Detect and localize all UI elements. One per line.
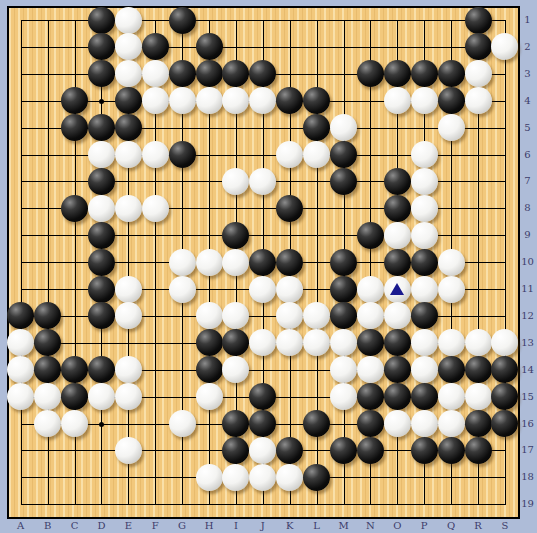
row-label: 17 <box>521 445 534 455</box>
stone-white[interactable] <box>438 329 465 356</box>
stone-black[interactable] <box>196 60 223 87</box>
stone-black[interactable] <box>222 222 249 249</box>
column-label: R <box>474 521 482 531</box>
stone-white[interactable] <box>411 410 438 437</box>
stone-black[interactable] <box>330 437 357 464</box>
stone-white[interactable] <box>169 87 196 114</box>
stone-black[interactable] <box>61 114 88 141</box>
stone-white[interactable] <box>196 464 223 491</box>
stone-white[interactable] <box>411 356 438 383</box>
stone-white[interactable] <box>249 464 276 491</box>
stone-white[interactable] <box>411 222 438 249</box>
stone-white[interactable] <box>115 383 142 410</box>
stone-black[interactable] <box>384 356 411 383</box>
stone-white[interactable] <box>438 383 465 410</box>
stone-white[interactable] <box>222 464 249 491</box>
stone-white[interactable] <box>115 302 142 329</box>
stone-white[interactable] <box>142 87 169 114</box>
stone-white[interactable] <box>411 141 438 168</box>
stone-white[interactable] <box>142 195 169 222</box>
row-label: 11 <box>521 284 534 294</box>
stone-black[interactable] <box>438 87 465 114</box>
stone-white[interactable] <box>411 195 438 222</box>
stone-white[interactable] <box>384 222 411 249</box>
stone-white[interactable] <box>34 383 61 410</box>
stone-black[interactable] <box>465 410 492 437</box>
column-label: A <box>17 521 24 531</box>
column-label: H <box>205 521 214 531</box>
stone-white[interactable] <box>465 329 492 356</box>
stone-white[interactable] <box>438 114 465 141</box>
stone-black[interactable] <box>88 114 115 141</box>
stone-black[interactable] <box>169 60 196 87</box>
stone-white[interactable] <box>411 276 438 303</box>
stone-white[interactable] <box>330 383 357 410</box>
stone-black[interactable] <box>115 87 142 114</box>
row-label: 15 <box>521 392 534 402</box>
stone-black[interactable] <box>196 329 223 356</box>
stone-black[interactable] <box>357 222 384 249</box>
stone-white[interactable] <box>169 276 196 303</box>
stone-black[interactable] <box>249 249 276 276</box>
stone-black[interactable] <box>357 437 384 464</box>
stone-white[interactable] <box>357 356 384 383</box>
stone-white[interactable] <box>142 60 169 87</box>
column-label: E <box>125 521 132 531</box>
row-label: 18 <box>521 472 534 482</box>
stone-white[interactable] <box>115 195 142 222</box>
stone-black[interactable] <box>169 141 196 168</box>
stone-white[interactable] <box>411 87 438 114</box>
grid-line <box>21 504 506 505</box>
stone-black[interactable] <box>61 195 88 222</box>
stone-white[interactable] <box>249 276 276 303</box>
last-move-marker-triangle <box>390 283 404 295</box>
column-label: N <box>366 521 375 531</box>
stone-black[interactable] <box>330 141 357 168</box>
stone-white[interactable] <box>196 87 223 114</box>
row-label: 19 <box>521 499 534 509</box>
stone-white[interactable] <box>115 276 142 303</box>
hoshi-point <box>99 422 104 427</box>
stone-black[interactable] <box>411 302 438 329</box>
stone-black[interactable] <box>88 276 115 303</box>
stone-black[interactable] <box>384 329 411 356</box>
stone-black[interactable] <box>61 383 88 410</box>
row-label: 1 <box>524 15 530 25</box>
stone-white[interactable] <box>411 329 438 356</box>
stone-black[interactable] <box>196 33 223 60</box>
column-label: S <box>501 521 508 531</box>
row-label: 7 <box>524 176 530 186</box>
stone-white[interactable] <box>384 87 411 114</box>
stone-black[interactable] <box>303 464 330 491</box>
stone-white[interactable] <box>142 141 169 168</box>
row-label: 14 <box>521 365 534 375</box>
stone-black[interactable] <box>276 195 303 222</box>
stone-black[interactable] <box>196 356 223 383</box>
stone-black[interactable] <box>384 383 411 410</box>
stone-white[interactable] <box>115 7 142 34</box>
row-label: 9 <box>524 230 530 240</box>
column-label: G <box>178 521 186 531</box>
stone-white[interactable] <box>276 141 303 168</box>
stone-black[interactable] <box>88 168 115 195</box>
stone-white[interactable] <box>438 276 465 303</box>
stone-black[interactable] <box>88 222 115 249</box>
stone-white[interactable] <box>276 464 303 491</box>
column-label: O <box>393 521 401 531</box>
stone-black[interactable] <box>61 356 88 383</box>
stone-black[interactable] <box>169 7 196 34</box>
column-label: I <box>234 521 238 531</box>
row-label: 3 <box>524 69 530 79</box>
row-label: 2 <box>524 42 530 52</box>
stone-white[interactable] <box>88 141 115 168</box>
stone-black[interactable] <box>142 33 169 60</box>
stone-black[interactable] <box>330 276 357 303</box>
stone-white[interactable] <box>88 383 115 410</box>
row-label: 16 <box>521 419 534 429</box>
stone-black[interactable] <box>357 60 384 87</box>
stone-black[interactable] <box>384 60 411 87</box>
stone-black[interactable] <box>411 383 438 410</box>
stone-white[interactable] <box>384 410 411 437</box>
stone-white[interactable] <box>115 60 142 87</box>
stone-white[interactable] <box>465 60 492 87</box>
stone-black[interactable] <box>465 356 492 383</box>
stone-black[interactable] <box>276 249 303 276</box>
column-label: F <box>152 521 159 531</box>
column-label: Q <box>447 521 455 531</box>
row-label: 10 <box>521 257 534 267</box>
column-label: C <box>71 521 79 531</box>
stone-white[interactable] <box>303 141 330 168</box>
stone-white[interactable] <box>249 168 276 195</box>
stone-black[interactable] <box>465 7 492 34</box>
stone-black[interactable] <box>357 383 384 410</box>
column-label: D <box>97 521 105 531</box>
stone-white[interactable] <box>196 383 223 410</box>
stone-white[interactable] <box>330 356 357 383</box>
column-label: L <box>313 521 320 531</box>
stone-black[interactable] <box>303 410 330 437</box>
stone-white[interactable] <box>34 410 61 437</box>
row-label: 4 <box>524 96 530 106</box>
stone-white[interactable] <box>115 356 142 383</box>
stone-white[interactable] <box>411 168 438 195</box>
stone-white[interactable] <box>330 114 357 141</box>
stone-black[interactable] <box>88 249 115 276</box>
stone-black[interactable] <box>411 437 438 464</box>
stone-black[interactable] <box>384 168 411 195</box>
stone-black[interactable] <box>357 329 384 356</box>
stone-white[interactable] <box>384 302 411 329</box>
stone-black[interactable] <box>411 249 438 276</box>
row-label: 5 <box>524 123 530 133</box>
stone-black[interactable] <box>384 249 411 276</box>
stone-black[interactable] <box>411 60 438 87</box>
stone-white[interactable] <box>276 276 303 303</box>
stone-white[interactable] <box>196 302 223 329</box>
stone-black[interactable] <box>276 437 303 464</box>
row-label: 13 <box>521 338 534 348</box>
stone-black[interactable] <box>330 249 357 276</box>
stone-black[interactable] <box>438 60 465 87</box>
stone-white[interactable] <box>438 249 465 276</box>
stone-black[interactable] <box>465 437 492 464</box>
stone-black[interactable] <box>357 410 384 437</box>
stone-black[interactable] <box>465 33 492 60</box>
stone-white[interactable] <box>438 410 465 437</box>
stone-white[interactable] <box>169 249 196 276</box>
column-label: M <box>338 521 348 531</box>
stone-white[interactable] <box>249 437 276 464</box>
stone-white[interactable] <box>169 410 196 437</box>
stone-white[interactable] <box>115 141 142 168</box>
row-label: 6 <box>524 150 530 160</box>
stone-black[interactable] <box>61 87 88 114</box>
stone-black[interactable] <box>88 356 115 383</box>
stone-black[interactable] <box>303 114 330 141</box>
stone-black[interactable] <box>88 7 115 34</box>
stone-white[interactable] <box>88 195 115 222</box>
stone-white[interactable] <box>196 249 223 276</box>
stone-white[interactable] <box>465 383 492 410</box>
stone-black[interactable] <box>115 114 142 141</box>
stone-white[interactable] <box>357 276 384 303</box>
column-label: P <box>421 521 428 531</box>
column-label: K <box>286 521 293 531</box>
stone-black[interactable] <box>438 437 465 464</box>
stone-white[interactable] <box>465 87 492 114</box>
stone-white[interactable] <box>61 410 88 437</box>
column-label: J <box>261 521 265 531</box>
stone-white[interactable] <box>115 33 142 60</box>
column-label: B <box>44 521 51 531</box>
row-label: 12 <box>521 311 534 321</box>
stone-white[interactable] <box>222 249 249 276</box>
stone-black[interactable] <box>438 356 465 383</box>
stone-black[interactable] <box>330 168 357 195</box>
stone-black[interactable] <box>384 195 411 222</box>
go-app-window: ABCDEFGHIJKLMNOPQRS123456789101112131415… <box>0 0 537 533</box>
stone-white[interactable] <box>115 437 142 464</box>
row-label: 8 <box>524 203 530 213</box>
stone-black[interactable] <box>88 60 115 87</box>
